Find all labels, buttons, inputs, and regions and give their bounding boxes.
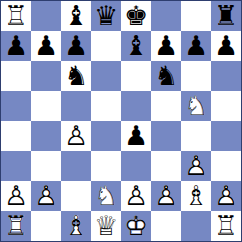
- square-g1[interactable]: [181, 211, 211, 241]
- square-c7[interactable]: ♟: [61, 31, 91, 61]
- piece-black-p-h7: ♟: [211, 31, 241, 61]
- square-e3[interactable]: [121, 151, 151, 181]
- square-a2[interactable]: ♟♙: [1, 181, 31, 211]
- piece-white-b-g2: ♝♗: [181, 181, 211, 211]
- piece-white-k-e1: ♚♔: [121, 211, 151, 241]
- square-b5[interactable]: [31, 91, 61, 121]
- square-d8[interactable]: ♛: [91, 1, 121, 31]
- square-e5[interactable]: [121, 91, 151, 121]
- chess-board: ♜♖♝♛♚♜♟♟♟♝♟♟♟♞♞♞♘♟♙♟♟♙♟♙♟♙♞♘♟♙♟♙♝♗♟♙♜♖♝♗…: [0, 0, 242, 242]
- square-h4[interactable]: [211, 121, 241, 151]
- piece-black-p-e4: ♟: [121, 121, 151, 151]
- piece-white-r-a1: ♜♖: [1, 211, 31, 241]
- square-f7[interactable]: ♟: [151, 31, 181, 61]
- square-f2[interactable]: ♟♙: [151, 181, 181, 211]
- square-h1[interactable]: ♜♖: [211, 211, 241, 241]
- piece-white-p-g3: ♟♙: [181, 151, 211, 181]
- square-a4[interactable]: [1, 121, 31, 151]
- square-d6[interactable]: [91, 61, 121, 91]
- square-f6[interactable]: ♞: [151, 61, 181, 91]
- square-c8[interactable]: ♝: [61, 1, 91, 31]
- square-h2[interactable]: ♟♙: [211, 181, 241, 211]
- square-g5[interactable]: ♞♘: [181, 91, 211, 121]
- square-h8[interactable]: ♜: [211, 1, 241, 31]
- square-g6[interactable]: [181, 61, 211, 91]
- piece-black-n-f6: ♞: [151, 61, 181, 91]
- piece-black-b-c8: ♝: [61, 1, 91, 31]
- piece-black-k-e8: ♚: [121, 1, 151, 31]
- piece-white-p-a2: ♟♙: [1, 181, 31, 211]
- piece-black-p-g7: ♟: [181, 31, 211, 61]
- square-a1[interactable]: ♜♖: [1, 211, 31, 241]
- square-e7[interactable]: ♝: [121, 31, 151, 61]
- square-d7[interactable]: [91, 31, 121, 61]
- square-h6[interactable]: [211, 61, 241, 91]
- square-b8[interactable]: [31, 1, 61, 31]
- square-c5[interactable]: [61, 91, 91, 121]
- square-e8[interactable]: ♚: [121, 1, 151, 31]
- square-d2[interactable]: ♞♘: [91, 181, 121, 211]
- square-g7[interactable]: ♟: [181, 31, 211, 61]
- square-e4[interactable]: ♟: [121, 121, 151, 151]
- piece-black-n-c6: ♞: [61, 61, 91, 91]
- square-h5[interactable]: [211, 91, 241, 121]
- piece-white-r-h1: ♜♖: [211, 211, 241, 241]
- square-f8[interactable]: [151, 1, 181, 31]
- square-a6[interactable]: [1, 61, 31, 91]
- square-b6[interactable]: [31, 61, 61, 91]
- square-a7[interactable]: ♟: [1, 31, 31, 61]
- piece-black-q-d8: ♛: [91, 1, 121, 31]
- piece-black-r-h8: ♜: [211, 1, 241, 31]
- square-c4[interactable]: ♟♙: [61, 121, 91, 151]
- piece-white-n-d2: ♞♘: [91, 181, 121, 211]
- square-e1[interactable]: ♚♔: [121, 211, 151, 241]
- square-g3[interactable]: ♟♙: [181, 151, 211, 181]
- square-b7[interactable]: ♟: [31, 31, 61, 61]
- board-grid: ♜♖♝♛♚♜♟♟♟♝♟♟♟♞♞♞♘♟♙♟♟♙♟♙♟♙♞♘♟♙♟♙♝♗♟♙♜♖♝♗…: [1, 1, 241, 241]
- square-b3[interactable]: [31, 151, 61, 181]
- piece-white-b-c1: ♝♗: [61, 211, 91, 241]
- square-a8[interactable]: ♜♖: [1, 1, 31, 31]
- piece-white-n-g5: ♞♘: [181, 91, 211, 121]
- square-g2[interactable]: ♝♗: [181, 181, 211, 211]
- square-g4[interactable]: [181, 121, 211, 151]
- square-g8[interactable]: [181, 1, 211, 31]
- piece-white-p-h2: ♟♙: [211, 181, 241, 211]
- square-f1[interactable]: [151, 211, 181, 241]
- square-d3[interactable]: [91, 151, 121, 181]
- square-a5[interactable]: [1, 91, 31, 121]
- square-f3[interactable]: [151, 151, 181, 181]
- piece-white-p-f2: ♟♙: [151, 181, 181, 211]
- square-c2[interactable]: [61, 181, 91, 211]
- square-b1[interactable]: [31, 211, 61, 241]
- square-b4[interactable]: [31, 121, 61, 151]
- piece-white-p-e2: ♟♙: [121, 181, 151, 211]
- square-d5[interactable]: [91, 91, 121, 121]
- square-b2[interactable]: ♟♙: [31, 181, 61, 211]
- square-c3[interactable]: [61, 151, 91, 181]
- square-d4[interactable]: [91, 121, 121, 151]
- square-d1[interactable]: ♛♕: [91, 211, 121, 241]
- piece-white-r-a8: ♜♖: [1, 1, 31, 31]
- piece-black-p-c7: ♟: [61, 31, 91, 61]
- square-h7[interactable]: ♟: [211, 31, 241, 61]
- square-e2[interactable]: ♟♙: [121, 181, 151, 211]
- square-e6[interactable]: [121, 61, 151, 91]
- square-c1[interactable]: ♝♗: [61, 211, 91, 241]
- square-f5[interactable]: [151, 91, 181, 121]
- piece-black-p-a7: ♟: [1, 31, 31, 61]
- square-a3[interactable]: [1, 151, 31, 181]
- piece-black-p-f7: ♟: [151, 31, 181, 61]
- piece-white-p-c4: ♟♙: [61, 121, 91, 151]
- piece-black-p-b7: ♟: [31, 31, 61, 61]
- piece-white-q-d1: ♛♕: [91, 211, 121, 241]
- piece-black-b-e7: ♝: [121, 31, 151, 61]
- square-f4[interactable]: [151, 121, 181, 151]
- square-c6[interactable]: ♞: [61, 61, 91, 91]
- piece-white-p-b2: ♟♙: [31, 181, 61, 211]
- square-h3[interactable]: [211, 151, 241, 181]
